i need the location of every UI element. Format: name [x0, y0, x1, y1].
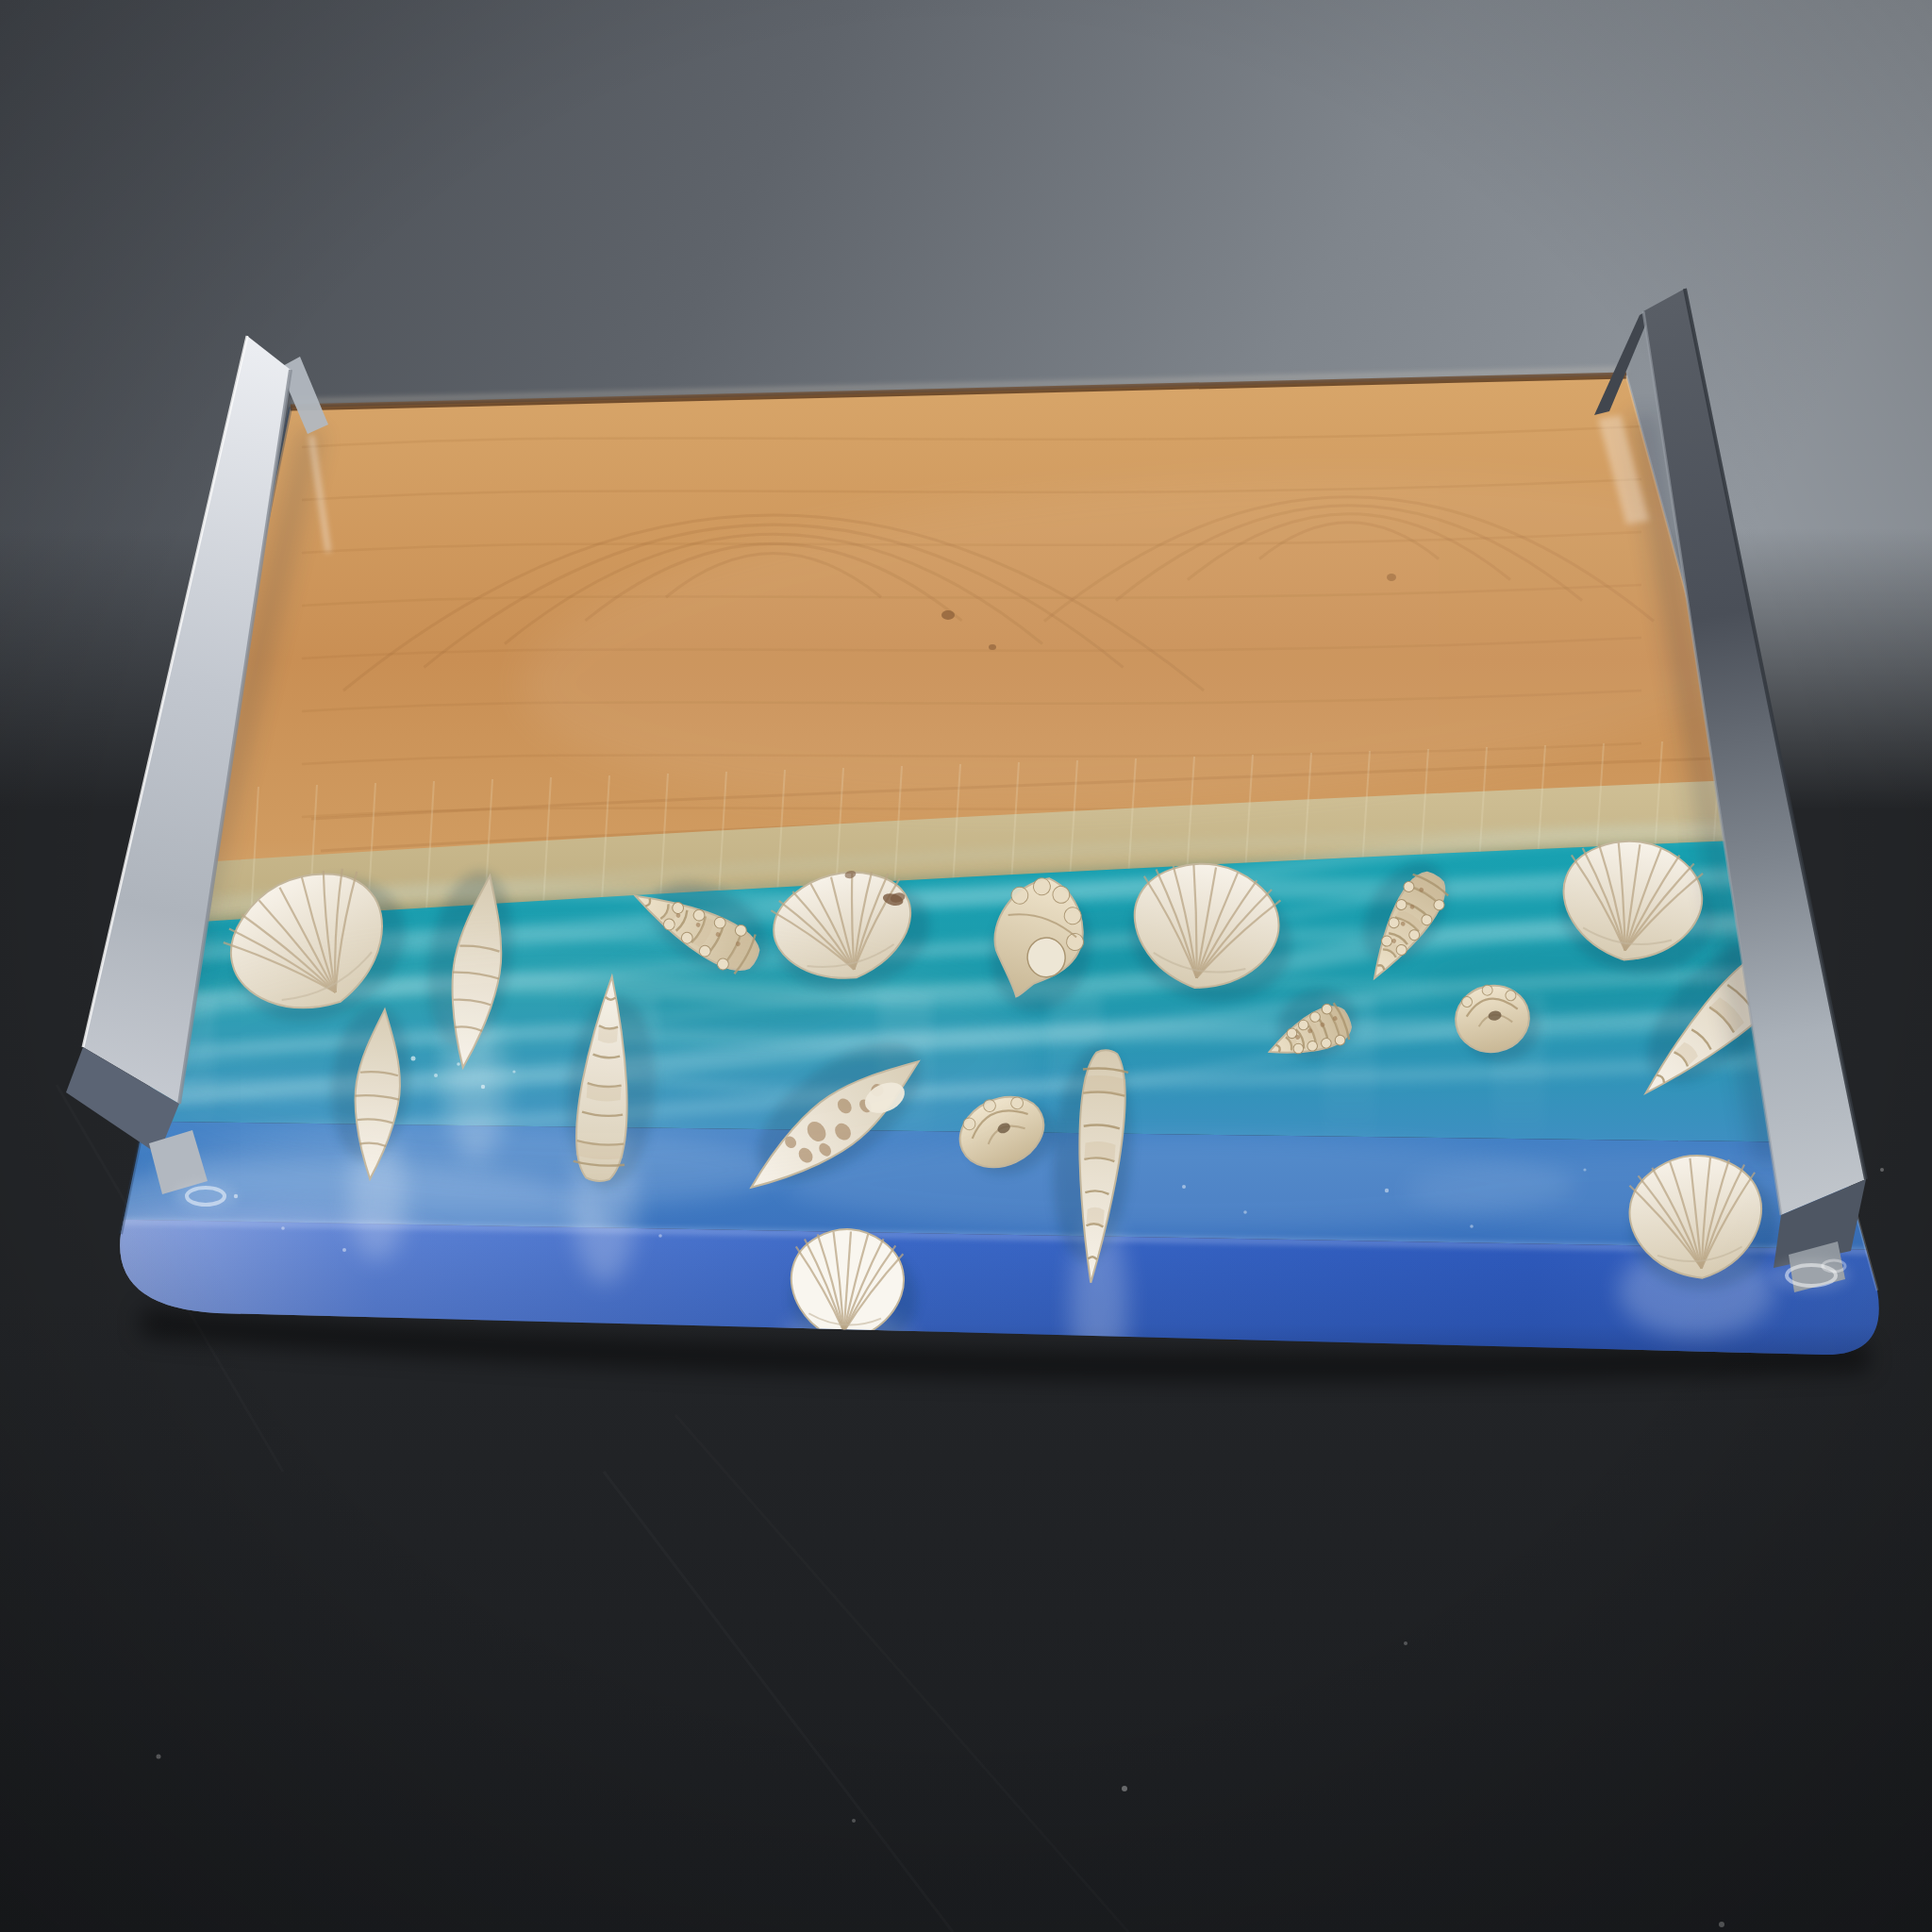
- vignette: [0, 0, 1932, 1932]
- tray-photo: [0, 0, 1932, 1932]
